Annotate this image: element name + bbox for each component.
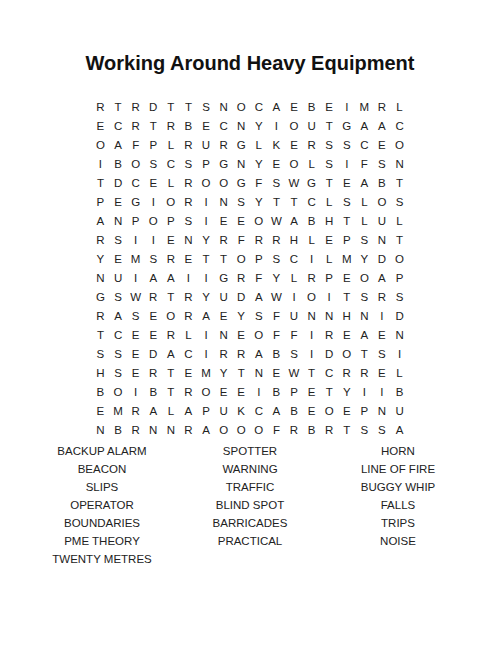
grid-cell: T <box>162 97 180 116</box>
word-list-item: BEACON <box>28 460 176 478</box>
grid-cell: M <box>197 363 215 382</box>
grid-cell: T <box>303 363 321 382</box>
grid-cell: E <box>285 97 303 116</box>
grid-cell: T <box>232 363 250 382</box>
grid-cell: N <box>391 154 409 173</box>
grid-cell: A <box>373 268 391 287</box>
grid-cell: E <box>180 363 198 382</box>
grid-cell: F <box>250 268 268 287</box>
grid-cell: L <box>162 135 180 154</box>
grid-cell: H <box>285 230 303 249</box>
grid-cell: T <box>92 173 110 192</box>
grid-cell: U <box>285 306 303 325</box>
word-list-item: TRIPS <box>324 514 472 532</box>
grid-cell: I <box>303 325 321 344</box>
word-list-item: PRACTICAL <box>176 532 324 550</box>
grid-cell: I <box>144 230 162 249</box>
grid-cell: T <box>391 173 409 192</box>
grid-cell: T <box>338 287 356 306</box>
grid-cell: S <box>391 192 409 211</box>
grid-cell: C <box>127 173 145 192</box>
grid-cell: R <box>144 287 162 306</box>
grid-cell: C <box>285 249 303 268</box>
grid-cell: L <box>180 325 198 344</box>
grid-cell: R <box>144 363 162 382</box>
grid-cell: R <box>215 135 233 154</box>
grid-cell: E <box>338 325 356 344</box>
word-list-item: TRAFFIC <box>176 478 324 496</box>
grid-cell: E <box>144 173 162 192</box>
grid-cell: R <box>180 306 198 325</box>
grid-cell: A <box>285 211 303 230</box>
grid-cell: R <box>127 420 145 439</box>
grid-cell: R <box>92 230 110 249</box>
grid-cell: C <box>109 116 127 135</box>
grid-cell: A <box>356 116 374 135</box>
grid-cell: E <box>338 173 356 192</box>
grid-cell: N <box>373 230 391 249</box>
grid-cell: L <box>391 97 409 116</box>
grid-cell: N <box>303 306 321 325</box>
grid-cell: I <box>127 382 145 401</box>
grid-cell: B <box>180 116 198 135</box>
grid-cell: E <box>320 230 338 249</box>
grid-cell: N <box>391 325 409 344</box>
grid-cell: I <box>144 192 162 211</box>
grid-cell: B <box>144 382 162 401</box>
grid-cell: E <box>215 211 233 230</box>
word-list-item: PME THEORY <box>28 532 176 550</box>
grid-cell: T <box>268 192 286 211</box>
grid-cell: R <box>356 363 374 382</box>
grid-cell: T <box>162 382 180 401</box>
grid-cell: E <box>92 401 110 420</box>
grid-cell: M <box>338 249 356 268</box>
word-list-item: SLIPS <box>28 478 176 496</box>
grid-cell: S <box>180 211 198 230</box>
grid-cell: O <box>162 306 180 325</box>
grid-cell: B <box>268 382 286 401</box>
grid-cell: P <box>144 135 162 154</box>
grid-cell: S <box>338 192 356 211</box>
grid-cell: S <box>373 154 391 173</box>
grid-cell: G <box>215 268 233 287</box>
grid-cell: S <box>197 97 215 116</box>
grid-cell: I <box>127 230 145 249</box>
grid-cell: O <box>197 173 215 192</box>
grid-cell: W <box>268 287 286 306</box>
grid-cell: E <box>127 325 145 344</box>
grid-cell: N <box>144 420 162 439</box>
grid-cell: O <box>162 192 180 211</box>
grid-cell: A <box>180 401 198 420</box>
grid-cell: B <box>303 420 321 439</box>
grid-cell: R <box>338 363 356 382</box>
grid-cell: R <box>320 325 338 344</box>
grid-cell: S <box>127 306 145 325</box>
grid-cell: A <box>162 344 180 363</box>
grid-cell: A <box>356 173 374 192</box>
grid-cell: S <box>373 420 391 439</box>
grid-cell: E <box>303 401 321 420</box>
grid-cell: E <box>215 306 233 325</box>
grid-cell: O <box>320 401 338 420</box>
grid-cell: A <box>162 268 180 287</box>
grid-cell: R <box>162 249 180 268</box>
grid-cell: O <box>391 249 409 268</box>
grid-cell: O <box>232 97 250 116</box>
word-list-item: BACKUP ALARM <box>28 442 176 460</box>
grid-cell: I <box>356 382 374 401</box>
grid-cell: R <box>285 420 303 439</box>
grid-cell: P <box>391 268 409 287</box>
grid-cell: R <box>373 287 391 306</box>
grid-cell: E <box>232 325 250 344</box>
grid-cell: O <box>338 344 356 363</box>
grid-cell: O <box>356 268 374 287</box>
grid-cell: N <box>215 192 233 211</box>
grid-cell: M <box>127 249 145 268</box>
word-list-item: BARRICADES <box>176 514 324 532</box>
grid-cell: N <box>92 268 110 287</box>
grid-cell: P <box>127 211 145 230</box>
word-list-item: OPERATOR <box>28 496 176 514</box>
grid-cell: T <box>109 97 127 116</box>
grid-cell: L <box>162 173 180 192</box>
grid-cell: W <box>285 363 303 382</box>
grid-cell: S <box>180 154 198 173</box>
grid-cell: E <box>373 325 391 344</box>
grid-cell: B <box>373 173 391 192</box>
grid-cell: T <box>215 249 233 268</box>
grid-cell: O <box>109 382 127 401</box>
grid-cell: F <box>268 325 286 344</box>
grid-cell: O <box>232 249 250 268</box>
grid-cell: I <box>391 344 409 363</box>
grid-cell: S <box>109 230 127 249</box>
grid-cell: E <box>180 249 198 268</box>
grid-cell: I <box>303 249 321 268</box>
grid-cell: C <box>391 116 409 135</box>
grid-cell: N <box>92 420 110 439</box>
grid-cell: L <box>285 268 303 287</box>
grid-cell: O <box>215 173 233 192</box>
grid-cell: F <box>285 325 303 344</box>
word-list-item: WARNING <box>176 460 324 478</box>
grid-cell: N <box>180 230 198 249</box>
grid-cell: S <box>144 154 162 173</box>
grid-cell: I <box>127 268 145 287</box>
grid-cell: R <box>127 401 145 420</box>
grid-cell: I <box>338 97 356 116</box>
grid-cell: T <box>180 97 198 116</box>
grid-cell: N <box>215 325 233 344</box>
grid-cell: R <box>162 325 180 344</box>
grid-cell: Y <box>268 268 286 287</box>
grid-cell: L <box>391 211 409 230</box>
grid-cell: A <box>144 401 162 420</box>
grid-cell: I <box>303 344 321 363</box>
grid-cell: N <box>250 363 268 382</box>
grid-cell: L <box>303 154 321 173</box>
grid-cell: O <box>285 116 303 135</box>
grid-cell: A <box>391 420 409 439</box>
grid-cell: L <box>250 135 268 154</box>
grid-cell: L <box>356 211 374 230</box>
grid-cell: F <box>250 173 268 192</box>
grid-cell: T <box>197 249 215 268</box>
grid-cell: C <box>320 363 338 382</box>
grid-cell: E <box>127 363 145 382</box>
grid-cell: T <box>338 211 356 230</box>
grid-cell: N <box>162 420 180 439</box>
grid-cell: N <box>232 154 250 173</box>
grid-cell: Y <box>92 249 110 268</box>
grid-cell: T <box>356 344 374 363</box>
grid-cell: U <box>303 116 321 135</box>
grid-cell: E <box>232 211 250 230</box>
grid-cell: L <box>320 249 338 268</box>
grid-cell: U <box>373 211 391 230</box>
grid-cell: A <box>109 306 127 325</box>
grid-cell: F <box>268 306 286 325</box>
grid-cell: S <box>92 344 110 363</box>
word-list-column: BACKUP ALARMBEACONSLIPSOPERATORBOUNDARIE… <box>28 442 176 568</box>
word-list-item: NOISE <box>324 532 472 550</box>
grid-cell: D <box>320 344 338 363</box>
grid-cell: O <box>250 211 268 230</box>
grid-cell: C <box>215 116 233 135</box>
grid-cell: C <box>250 401 268 420</box>
word-list-column: HORNLINE OF FIREBUGGY WHIPFALLSTRIPSNOIS… <box>324 442 472 568</box>
grid-cell: R <box>232 344 250 363</box>
word-list-item: BUGGY WHIP <box>324 478 472 496</box>
grid-cell: P <box>250 249 268 268</box>
grid-cell: W <box>285 173 303 192</box>
grid-cell: E <box>232 382 250 401</box>
word-list-item: SPOTTER <box>176 442 324 460</box>
grid-cell: T <box>144 116 162 135</box>
grid-cell: W <box>268 211 286 230</box>
grid-cell: D <box>144 344 162 363</box>
grid-cell: N <box>109 211 127 230</box>
grid-cell: E <box>338 401 356 420</box>
grid-cell: N <box>232 116 250 135</box>
grid-cell: G <box>127 192 145 211</box>
grid-cell: E <box>215 382 233 401</box>
grid-cell: R <box>303 268 321 287</box>
grid-cell: S <box>109 344 127 363</box>
grid-cell: M <box>109 401 127 420</box>
grid-cell: S <box>232 192 250 211</box>
grid-cell: U <box>109 268 127 287</box>
grid-cell: B <box>391 382 409 401</box>
grid-cell: S <box>144 249 162 268</box>
grid-cell: D <box>144 97 162 116</box>
grid-cell: L <box>356 192 374 211</box>
grid-cell: H <box>338 306 356 325</box>
word-list-item: HORN <box>324 442 472 460</box>
grid-cell: P <box>162 211 180 230</box>
grid-cell: E <box>268 363 286 382</box>
grid-cell: T <box>391 230 409 249</box>
grid-cell: S <box>320 135 338 154</box>
grid-cell: Y <box>232 306 250 325</box>
grid-cell: B <box>303 211 321 230</box>
grid-cell: T <box>320 116 338 135</box>
grid-cell: S <box>356 230 374 249</box>
grid-cell: G <box>232 135 250 154</box>
grid-cell: L <box>303 230 321 249</box>
grid-cell: F <box>268 420 286 439</box>
grid-cell: N <box>373 401 391 420</box>
grid-cell: D <box>232 287 250 306</box>
grid-cell: I <box>250 382 268 401</box>
grid-cell: M <box>356 97 374 116</box>
grid-cell: O <box>197 382 215 401</box>
word-search-page: Working Around Heavy Equipment RTRDTTSNO… <box>0 0 500 647</box>
grid-cell: P <box>320 268 338 287</box>
grid-cell: R <box>180 287 198 306</box>
grid-cell: L <box>320 192 338 211</box>
grid-cell: T <box>320 173 338 192</box>
grid-cell: T <box>92 325 110 344</box>
grid-cell: G <box>215 154 233 173</box>
grid-cell: O <box>215 420 233 439</box>
grid-cell: R <box>92 97 110 116</box>
grid-cell: F <box>356 154 374 173</box>
grid-cell: D <box>391 306 409 325</box>
grid-cell: A <box>197 420 215 439</box>
grid-cell: S <box>250 306 268 325</box>
grid-cell: E <box>373 363 391 382</box>
grid-cell: T <box>285 192 303 211</box>
grid-cell: Y <box>250 154 268 173</box>
word-list-column: SPOTTERWARNINGTRAFFICBLIND SPOTBARRICADE… <box>176 442 324 568</box>
grid-cell: R <box>320 420 338 439</box>
grid-cell: S <box>285 344 303 363</box>
grid-cell: E <box>285 135 303 154</box>
grid-cell: C <box>250 97 268 116</box>
grid-cell: I <box>285 287 303 306</box>
grid-cell: F <box>127 135 145 154</box>
grid-cell: D <box>373 249 391 268</box>
grid-cell: O <box>250 420 268 439</box>
grid-cell: S <box>268 249 286 268</box>
grid-cell: U <box>215 287 233 306</box>
grid-cell: S <box>373 344 391 363</box>
grid-cell: E <box>127 344 145 363</box>
grid-cell: E <box>144 325 162 344</box>
grid-cell: S <box>338 135 356 154</box>
grid-cell: W <box>127 287 145 306</box>
grid-cell: D <box>109 173 127 192</box>
puzzle-title: Working Around Heavy Equipment <box>0 0 500 75</box>
grid-cell: G <box>92 287 110 306</box>
word-list-item: LINE OF FIRE <box>324 460 472 478</box>
grid-cell: I <box>268 116 286 135</box>
word-search-grid: RTRDTTSNOCAEBEIMRLECRTRBECNYIOUTGAACOAFP… <box>92 97 409 439</box>
grid-cell: G <box>232 173 250 192</box>
grid-cell: C <box>180 344 198 363</box>
grid-cell: E <box>144 306 162 325</box>
grid-cell: I <box>197 344 215 363</box>
grid-cell: O <box>285 154 303 173</box>
grid-cell: C <box>356 135 374 154</box>
grid-cell: O <box>144 211 162 230</box>
grid-cell: O <box>250 325 268 344</box>
grid-cell: C <box>109 325 127 344</box>
grid-cell: B <box>109 420 127 439</box>
grid-cell: L <box>391 363 409 382</box>
grid-cell: E <box>162 230 180 249</box>
grid-cell: E <box>373 135 391 154</box>
grid-cell: I <box>320 287 338 306</box>
word-list-item: FALLS <box>324 496 472 514</box>
grid-cell: B <box>92 382 110 401</box>
grid-cell: A <box>250 344 268 363</box>
grid-cell: E <box>338 268 356 287</box>
grid-cell: T <box>320 382 338 401</box>
grid-cell: E <box>320 97 338 116</box>
grid-cell: G <box>303 173 321 192</box>
grid-cell: A <box>268 97 286 116</box>
grid-cell: P <box>92 192 110 211</box>
grid-cell: P <box>197 401 215 420</box>
grid-cell: T <box>162 363 180 382</box>
grid-cell: C <box>162 154 180 173</box>
grid-cell: U <box>197 135 215 154</box>
grid-cell: I <box>197 211 215 230</box>
grid-cell: T <box>338 420 356 439</box>
grid-cell: T <box>162 287 180 306</box>
word-list-item: BLIND SPOT <box>176 496 324 514</box>
grid-cell: N <box>320 306 338 325</box>
grid-cell: O <box>127 154 145 173</box>
grid-cell: R <box>373 97 391 116</box>
grid-cell: S <box>109 287 127 306</box>
grid-cell: R <box>162 116 180 135</box>
grid-cell: O <box>303 287 321 306</box>
grid-cell: R <box>215 344 233 363</box>
grid-cell: E <box>109 192 127 211</box>
grid-cell: R <box>232 268 250 287</box>
grid-cell: B <box>109 154 127 173</box>
grid-cell: A <box>373 116 391 135</box>
grid-cell: S <box>356 420 374 439</box>
grid-cell: E <box>268 154 286 173</box>
word-list: BACKUP ALARMBEACONSLIPSOPERATORBOUNDARIE… <box>28 442 472 568</box>
grid-cell: Y <box>215 363 233 382</box>
grid-cell: O <box>391 135 409 154</box>
grid-cell: B <box>303 97 321 116</box>
grid-cell: P <box>356 401 374 420</box>
grid-cell: A <box>250 287 268 306</box>
grid-cell: Y <box>250 192 268 211</box>
word-list-item: BOUNDARIES <box>28 514 176 532</box>
grid-cell: A <box>197 306 215 325</box>
grid-cell: A <box>109 135 127 154</box>
grid-cell: H <box>92 363 110 382</box>
grid-cell: O <box>232 420 250 439</box>
grid-cell: S <box>391 287 409 306</box>
grid-cell: H <box>320 211 338 230</box>
grid-cell: R <box>215 230 233 249</box>
grid-cell: S <box>356 287 374 306</box>
grid-cell: S <box>320 154 338 173</box>
grid-cell: Y <box>197 230 215 249</box>
grid-cell: I <box>92 154 110 173</box>
